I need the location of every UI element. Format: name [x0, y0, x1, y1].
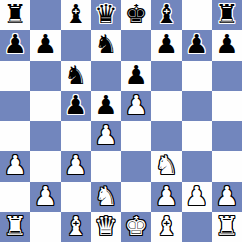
- square-d1[interactable]: ♛: [91, 212, 121, 242]
- square-h1[interactable]: ♜: [212, 212, 242, 242]
- square-d4[interactable]: ♟: [91, 121, 121, 151]
- square-h2[interactable]: ♟: [212, 182, 242, 212]
- piece-white-pawn[interactable]: ♟: [215, 183, 238, 209]
- piece-black-pawn[interactable]: ♟: [3, 31, 26, 57]
- square-f6[interactable]: [151, 61, 181, 91]
- square-c6[interactable]: ♞: [61, 61, 91, 91]
- square-g7[interactable]: ♟: [182, 30, 212, 60]
- piece-white-pawn[interactable]: ♟: [185, 183, 208, 209]
- square-c8[interactable]: ♝: [61, 0, 91, 30]
- square-f1[interactable]: ♝: [151, 212, 181, 242]
- piece-white-pawn[interactable]: ♟: [3, 152, 26, 178]
- piece-white-pawn[interactable]: ♟: [34, 183, 57, 209]
- square-g4[interactable]: [182, 121, 212, 151]
- piece-white-pawn[interactable]: ♟: [155, 183, 178, 209]
- piece-white-pawn[interactable]: ♟: [94, 122, 117, 148]
- square-b3[interactable]: [30, 151, 60, 181]
- square-f2[interactable]: ♟: [151, 182, 181, 212]
- square-a2[interactable]: [0, 182, 30, 212]
- piece-black-bishop[interactable]: ♝: [64, 1, 87, 27]
- square-f7[interactable]: ♟: [151, 30, 181, 60]
- square-c4[interactable]: [61, 121, 91, 151]
- square-a1[interactable]: ♜: [0, 212, 30, 242]
- square-g8[interactable]: [182, 0, 212, 30]
- piece-white-queen[interactable]: ♛: [94, 213, 117, 239]
- piece-black-knight[interactable]: ♞: [64, 62, 87, 88]
- square-h5[interactable]: [212, 91, 242, 121]
- chess-board: ♜♝♛♚♝♜♟♟♞♟♟♟♞♟♟♟♟♟♟♟♞♟♞♟♟♟♜♝♛♚♝♜: [0, 0, 242, 242]
- square-a4[interactable]: [0, 121, 30, 151]
- piece-black-bishop[interactable]: ♝: [155, 1, 178, 27]
- piece-black-pawn[interactable]: ♟: [64, 92, 87, 118]
- square-d6[interactable]: [91, 61, 121, 91]
- piece-white-king[interactable]: ♚: [124, 213, 147, 239]
- square-b4[interactable]: [30, 121, 60, 151]
- square-f3[interactable]: ♞: [151, 151, 181, 181]
- piece-white-bishop[interactable]: ♝: [64, 213, 87, 239]
- piece-black-knight[interactable]: ♞: [94, 31, 117, 57]
- square-d7[interactable]: ♞: [91, 30, 121, 60]
- square-h6[interactable]: [212, 61, 242, 91]
- square-b2[interactable]: ♟: [30, 182, 60, 212]
- square-h3[interactable]: [212, 151, 242, 181]
- square-h4[interactable]: [212, 121, 242, 151]
- square-b8[interactable]: [30, 0, 60, 30]
- square-d5[interactable]: ♟: [91, 91, 121, 121]
- piece-white-rook[interactable]: ♜: [3, 213, 26, 239]
- square-c1[interactable]: ♝: [61, 212, 91, 242]
- square-b7[interactable]: ♟: [30, 30, 60, 60]
- piece-white-bishop[interactable]: ♝: [155, 213, 178, 239]
- square-f8[interactable]: ♝: [151, 0, 181, 30]
- square-g5[interactable]: [182, 91, 212, 121]
- square-d8[interactable]: ♛: [91, 0, 121, 30]
- piece-white-pawn[interactable]: ♟: [124, 92, 147, 118]
- square-c5[interactable]: ♟: [61, 91, 91, 121]
- piece-black-pawn[interactable]: ♟: [155, 31, 178, 57]
- square-b1[interactable]: [30, 212, 60, 242]
- square-g6[interactable]: [182, 61, 212, 91]
- piece-black-queen[interactable]: ♛: [94, 1, 117, 27]
- square-g2[interactable]: ♟: [182, 182, 212, 212]
- piece-black-rook[interactable]: ♜: [215, 1, 238, 27]
- piece-white-pawn[interactable]: ♟: [64, 152, 87, 178]
- piece-black-pawn[interactable]: ♟: [215, 31, 238, 57]
- square-f4[interactable]: [151, 121, 181, 151]
- square-b5[interactable]: [30, 91, 60, 121]
- square-g3[interactable]: [182, 151, 212, 181]
- square-d3[interactable]: [91, 151, 121, 181]
- square-d2[interactable]: ♞: [91, 182, 121, 212]
- square-c2[interactable]: [61, 182, 91, 212]
- piece-black-pawn[interactable]: ♟: [94, 92, 117, 118]
- square-e5[interactable]: ♟: [121, 91, 151, 121]
- square-a6[interactable]: [0, 61, 30, 91]
- square-a5[interactable]: [0, 91, 30, 121]
- piece-black-rook[interactable]: ♜: [3, 1, 26, 27]
- piece-black-pawn[interactable]: ♟: [185, 31, 208, 57]
- square-a8[interactable]: ♜: [0, 0, 30, 30]
- square-e3[interactable]: [121, 151, 151, 181]
- piece-white-rook[interactable]: ♜: [215, 213, 238, 239]
- square-g1[interactable]: [182, 212, 212, 242]
- square-h7[interactable]: ♟: [212, 30, 242, 60]
- piece-black-pawn[interactable]: ♟: [34, 31, 57, 57]
- square-c7[interactable]: [61, 30, 91, 60]
- square-e8[interactable]: ♚: [121, 0, 151, 30]
- square-b6[interactable]: [30, 61, 60, 91]
- square-e6[interactable]: ♟: [121, 61, 151, 91]
- piece-white-knight[interactable]: ♞: [94, 183, 117, 209]
- piece-black-pawn[interactable]: ♟: [124, 62, 147, 88]
- square-e1[interactable]: ♚: [121, 212, 151, 242]
- square-c3[interactable]: ♟: [61, 151, 91, 181]
- square-e2[interactable]: [121, 182, 151, 212]
- piece-black-king[interactable]: ♚: [124, 1, 147, 27]
- square-a3[interactable]: ♟: [0, 151, 30, 181]
- square-f5[interactable]: [151, 91, 181, 121]
- square-a7[interactable]: ♟: [0, 30, 30, 60]
- piece-white-knight[interactable]: ♞: [155, 152, 178, 178]
- square-e4[interactable]: [121, 121, 151, 151]
- square-h8[interactable]: ♜: [212, 0, 242, 30]
- square-e7[interactable]: [121, 30, 151, 60]
